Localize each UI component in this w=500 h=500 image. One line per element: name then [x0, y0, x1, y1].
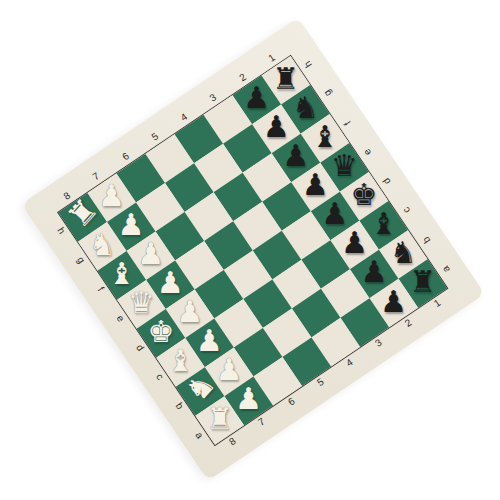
black-bishop-piece: ♝	[307, 119, 342, 154]
black-rook-piece: ♜	[405, 264, 440, 299]
black-king-piece: ♚	[347, 177, 382, 212]
chess-board-grid: ♜♞♝♛♚♝♞♜♟♟♟♟♟♟♟♟♟♟♟♟♟♟♟♟♜♞♝♛♚♝♞♜	[57, 55, 448, 446]
black-bishop-piece: ♝	[366, 206, 401, 241]
vinyl-chess-mat: hgfedcba hgfedcba 12345678 12345678 ♜♞♝♛…	[21, 17, 485, 481]
chess-set-product-photo: hgfedcba hgfedcba 12345678 12345678 ♜♞♝♛…	[0, 0, 500, 500]
black-knight-piece: ♞	[288, 90, 323, 125]
black-queen-piece: ♛	[327, 148, 362, 183]
black-rook-piece: ♜	[268, 61, 303, 96]
black-knight-piece: ♞	[386, 235, 421, 270]
